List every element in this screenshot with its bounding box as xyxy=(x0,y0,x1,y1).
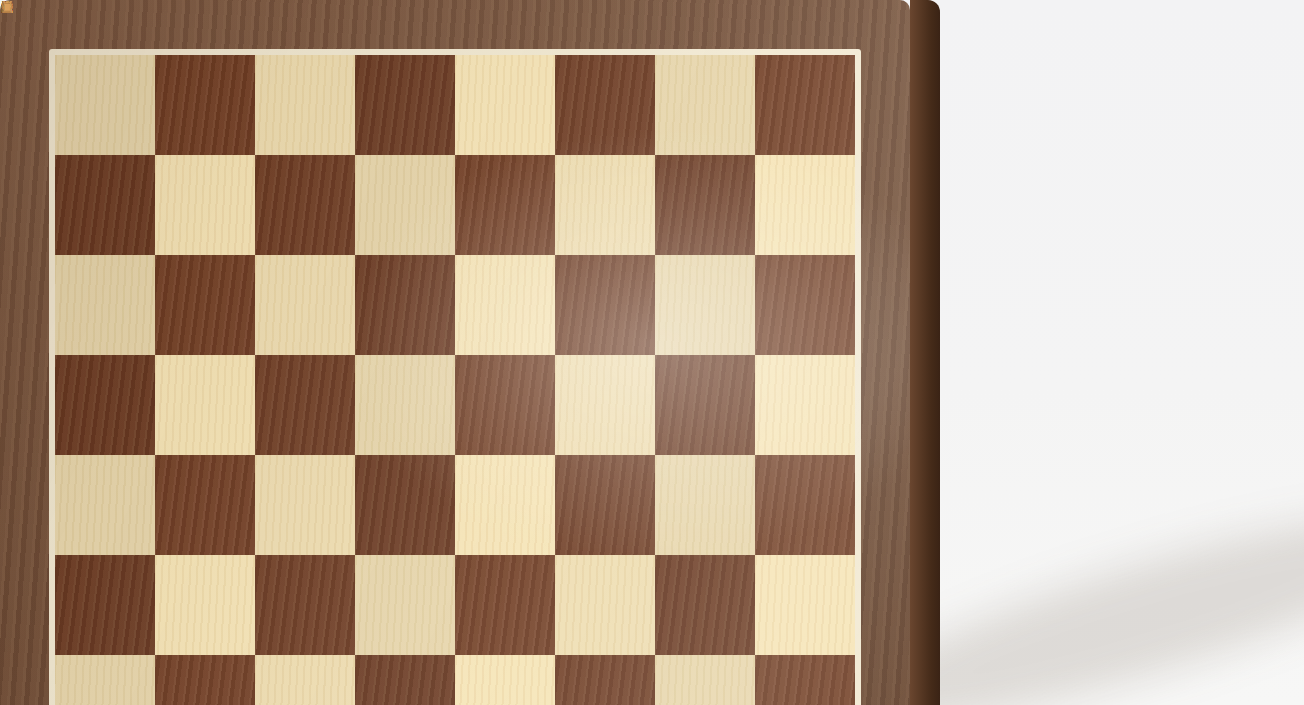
square-g4 xyxy=(655,455,755,555)
square-c8 xyxy=(255,55,355,155)
square-b6 xyxy=(155,255,255,355)
square-h3 xyxy=(755,555,855,655)
square-c2 xyxy=(255,655,355,705)
square-d6 xyxy=(355,255,455,355)
square-c4 xyxy=(255,455,355,555)
square-b2 xyxy=(155,655,255,705)
square-h6 xyxy=(755,255,855,355)
square-d4 xyxy=(355,455,455,555)
square-h8 xyxy=(755,55,855,155)
square-c6 xyxy=(255,255,355,355)
square-b8 xyxy=(155,55,255,155)
square-d5 xyxy=(355,355,455,455)
square-e8 xyxy=(455,55,555,155)
square-c5 xyxy=(255,355,355,455)
square-c3 xyxy=(255,555,355,655)
square-d7 xyxy=(355,155,455,255)
square-a8 xyxy=(55,55,155,155)
board-grid xyxy=(55,55,855,705)
square-d3 xyxy=(355,555,455,655)
square-a4 xyxy=(55,455,155,555)
square-g8 xyxy=(655,55,755,155)
square-h2 xyxy=(755,655,855,705)
square-h5 xyxy=(755,355,855,455)
square-e6 xyxy=(455,255,555,355)
square-f7 xyxy=(555,155,655,255)
square-f3 xyxy=(555,555,655,655)
square-a7 xyxy=(55,155,155,255)
square-f5 xyxy=(555,355,655,455)
square-h7 xyxy=(755,155,855,255)
square-e3 xyxy=(455,555,555,655)
square-f8 xyxy=(555,55,655,155)
square-b7 xyxy=(155,155,255,255)
square-g7 xyxy=(655,155,755,255)
square-a3 xyxy=(55,555,155,655)
square-c7 xyxy=(255,155,355,255)
square-g5 xyxy=(655,355,755,455)
square-a5 xyxy=(55,355,155,455)
square-a2 xyxy=(55,655,155,705)
chess-product-photo: ♜♞♝♛♚♝♞♜♟♟♟♟♟♟♟♟♟♟♟♟♟♟♟♟♜♞♝♛♚♝♞♜ xyxy=(0,0,1304,705)
square-e7 xyxy=(455,155,555,255)
square-g6 xyxy=(655,255,755,355)
square-e5 xyxy=(455,355,555,455)
square-b5 xyxy=(155,355,255,455)
square-d2 xyxy=(355,655,455,705)
square-e4 xyxy=(455,455,555,555)
square-a6 xyxy=(55,255,155,355)
square-d8 xyxy=(355,55,455,155)
square-g2 xyxy=(655,655,755,705)
square-f2 xyxy=(555,655,655,705)
square-b4 xyxy=(155,455,255,555)
square-e2 xyxy=(455,655,555,705)
square-f6 xyxy=(555,255,655,355)
square-b3 xyxy=(155,555,255,655)
square-f4 xyxy=(555,455,655,555)
square-h4 xyxy=(755,455,855,555)
chess-board xyxy=(0,0,940,705)
board-side-right xyxy=(910,0,940,705)
square-g3 xyxy=(655,555,755,655)
